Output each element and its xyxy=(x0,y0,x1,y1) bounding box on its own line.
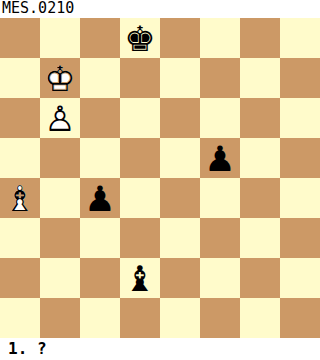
square-d6[interactable] xyxy=(120,98,160,138)
square-e7[interactable] xyxy=(160,58,200,98)
square-f1[interactable] xyxy=(200,298,240,338)
square-e2[interactable] xyxy=(160,258,200,298)
square-a8[interactable] xyxy=(0,18,40,58)
square-b7[interactable]: ♚♔ xyxy=(40,58,80,98)
square-c4[interactable]: ♟ xyxy=(80,178,120,218)
square-g5[interactable] xyxy=(240,138,280,178)
square-g1[interactable] xyxy=(240,298,280,338)
square-c6[interactable] xyxy=(80,98,120,138)
diagram-title: MES.0210 xyxy=(2,0,74,18)
white-king[interactable]: ♔ xyxy=(40,58,80,98)
square-d8[interactable]: ♚ xyxy=(120,18,160,58)
square-f8[interactable] xyxy=(200,18,240,58)
square-b2[interactable] xyxy=(40,258,80,298)
square-h1[interactable] xyxy=(280,298,320,338)
move-prompt: 1. ? xyxy=(8,337,47,359)
white-bishop[interactable]: ♗ xyxy=(0,178,40,218)
square-e6[interactable] xyxy=(160,98,200,138)
square-h8[interactable] xyxy=(280,18,320,58)
square-f4[interactable] xyxy=(200,178,240,218)
square-h5[interactable] xyxy=(280,138,320,178)
square-a7[interactable] xyxy=(0,58,40,98)
square-e4[interactable] xyxy=(160,178,200,218)
square-e3[interactable] xyxy=(160,218,200,258)
black-bishop[interactable]: ♝ xyxy=(120,258,160,298)
square-h7[interactable] xyxy=(280,58,320,98)
square-a4[interactable]: ♝♗ xyxy=(0,178,40,218)
square-a5[interactable] xyxy=(0,138,40,178)
square-d2[interactable]: ♝ xyxy=(120,258,160,298)
square-g8[interactable] xyxy=(240,18,280,58)
square-f5[interactable]: ♟ xyxy=(200,138,240,178)
square-c2[interactable] xyxy=(80,258,120,298)
square-a6[interactable] xyxy=(0,98,40,138)
square-c5[interactable] xyxy=(80,138,120,178)
square-b4[interactable] xyxy=(40,178,80,218)
square-g2[interactable] xyxy=(240,258,280,298)
square-b5[interactable] xyxy=(40,138,80,178)
square-h3[interactable] xyxy=(280,218,320,258)
square-d7[interactable] xyxy=(120,58,160,98)
square-b6[interactable]: ♟♙ xyxy=(40,98,80,138)
black-king[interactable]: ♚ xyxy=(120,18,160,58)
square-a2[interactable] xyxy=(0,258,40,298)
square-a3[interactable] xyxy=(0,218,40,258)
square-d3[interactable] xyxy=(120,218,160,258)
square-h6[interactable] xyxy=(280,98,320,138)
white-pawn[interactable]: ♙ xyxy=(40,98,80,138)
square-g3[interactable] xyxy=(240,218,280,258)
square-c3[interactable] xyxy=(80,218,120,258)
square-c1[interactable] xyxy=(80,298,120,338)
square-c8[interactable] xyxy=(80,18,120,58)
black-pawn[interactable]: ♟ xyxy=(80,178,120,218)
square-h4[interactable] xyxy=(280,178,320,218)
square-d5[interactable] xyxy=(120,138,160,178)
square-b3[interactable] xyxy=(40,218,80,258)
square-g7[interactable] xyxy=(240,58,280,98)
square-a1[interactable] xyxy=(0,298,40,338)
square-b1[interactable] xyxy=(40,298,80,338)
square-c7[interactable] xyxy=(80,58,120,98)
square-d4[interactable] xyxy=(120,178,160,218)
square-g6[interactable] xyxy=(240,98,280,138)
square-e5[interactable] xyxy=(160,138,200,178)
black-pawn[interactable]: ♟ xyxy=(200,138,240,178)
square-f7[interactable] xyxy=(200,58,240,98)
square-f2[interactable] xyxy=(200,258,240,298)
square-d1[interactable] xyxy=(120,298,160,338)
chess-board: ♚♚♔♟♙♟♝♗♟♝ xyxy=(0,18,320,338)
square-h2[interactable] xyxy=(280,258,320,298)
square-f3[interactable] xyxy=(200,218,240,258)
square-g4[interactable] xyxy=(240,178,280,218)
square-b8[interactable] xyxy=(40,18,80,58)
square-e1[interactable] xyxy=(160,298,200,338)
square-e8[interactable] xyxy=(160,18,200,58)
square-f6[interactable] xyxy=(200,98,240,138)
